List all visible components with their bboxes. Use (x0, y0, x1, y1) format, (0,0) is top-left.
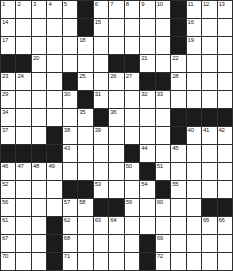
grid-cell[interactable] (125, 217, 139, 234)
grid-cell[interactable] (125, 127, 139, 144)
clue-number: 24 (17, 73, 23, 80)
clue-number: 57 (64, 199, 70, 206)
grid-cell[interactable]: 66 (218, 217, 232, 234)
grid-cell[interactable] (187, 199, 201, 216)
clue-number: 66 (219, 217, 225, 224)
clue-number: 37 (2, 127, 8, 134)
clue-number: 27 (126, 73, 132, 80)
black-cell (47, 253, 61, 270)
grid-cell[interactable] (218, 73, 232, 90)
grid-cell[interactable] (218, 235, 232, 252)
grid-cell[interactable] (109, 181, 123, 198)
grid-cell[interactable]: 61 (1, 217, 15, 234)
clue-number: 48 (33, 163, 39, 170)
clue-number: 21 (141, 55, 147, 62)
grid-cell[interactable] (109, 19, 123, 36)
black-cell (47, 127, 61, 144)
grid-cell[interactable]: 62 (63, 217, 77, 234)
grid-cell[interactable] (140, 127, 154, 144)
grid-cell[interactable]: 9 (140, 1, 154, 18)
grid-cell[interactable]: 1 (1, 1, 15, 18)
grid-cell[interactable] (187, 181, 201, 198)
grid-cell[interactable] (125, 91, 139, 108)
grid-cell[interactable]: 48 (32, 163, 46, 180)
grid-cell[interactable] (187, 73, 201, 90)
grid-cell[interactable] (202, 37, 216, 54)
black-cell (47, 145, 61, 162)
clue-number: 69 (157, 235, 163, 242)
black-cell (109, 55, 123, 72)
grid-cell[interactable] (202, 91, 216, 108)
black-cell (1, 55, 15, 72)
grid-cell[interactable] (140, 109, 154, 126)
grid-cell[interactable]: 46 (1, 163, 15, 180)
clue-number: 18 (79, 37, 85, 44)
clue-number: 25 (79, 73, 85, 80)
grid-cell[interactable]: 19 (187, 37, 201, 54)
black-cell (63, 181, 77, 198)
grid-cell[interactable] (16, 217, 30, 234)
grid-cell[interactable]: 25 (78, 73, 92, 90)
clue-number: 19 (188, 37, 194, 44)
clue-number: 67 (2, 235, 8, 242)
black-cell (171, 37, 185, 54)
grid-cell[interactable]: 56 (1, 199, 15, 216)
clue-number: 1 (2, 1, 5, 8)
grid-cell[interactable]: 3 (32, 1, 46, 18)
clue-number: 65 (203, 217, 209, 224)
grid-cell[interactable]: 13 (218, 1, 232, 18)
clue-number: 15 (95, 19, 101, 26)
clue-number: 49 (48, 163, 54, 170)
clue-number: 59 (126, 199, 132, 206)
grid-cell[interactable] (32, 217, 46, 234)
grid-cell[interactable]: 44 (140, 145, 154, 162)
grid-cell[interactable] (47, 73, 61, 90)
grid-cell[interactable]: 24 (16, 73, 30, 90)
grid-cell[interactable] (140, 37, 154, 54)
clue-number: 55 (172, 181, 178, 188)
clue-number: 17 (2, 37, 8, 44)
grid-cell[interactable] (125, 253, 139, 270)
grid-cell[interactable] (187, 163, 201, 180)
clue-number: 54 (141, 181, 147, 188)
clue-number: 39 (95, 127, 101, 134)
grid-cell[interactable] (156, 55, 170, 72)
clue-number: 30 (64, 91, 70, 98)
clue-number: 14 (2, 19, 8, 26)
clue-number: 42 (219, 127, 225, 134)
clue-number: 23 (2, 73, 8, 80)
black-cell (156, 181, 170, 198)
grid-cell[interactable]: 33 (156, 91, 170, 108)
grid-cell[interactable]: 49 (47, 163, 61, 180)
clue-number: 20 (33, 55, 39, 62)
grid-cell[interactable] (78, 55, 92, 72)
grid-cell[interactable] (171, 91, 185, 108)
grid-cell[interactable] (16, 127, 30, 144)
grid-cell[interactable]: 11 (187, 1, 201, 18)
grid-cell[interactable]: 67 (1, 235, 15, 252)
clue-number: 8 (126, 1, 129, 8)
grid-cell[interactable]: 64 (109, 217, 123, 234)
clue-number: 5 (64, 1, 67, 8)
grid-cell[interactable] (47, 199, 61, 216)
grid-cell[interactable] (109, 145, 123, 162)
grid-cell[interactable]: 47 (16, 163, 30, 180)
grid-cell[interactable] (202, 55, 216, 72)
grid-cell[interactable] (78, 127, 92, 144)
black-cell (218, 199, 232, 216)
grid-cell[interactable] (187, 55, 201, 72)
grid-cell[interactable] (187, 217, 201, 234)
black-cell (63, 73, 77, 90)
clue-number: 11 (188, 1, 194, 8)
black-cell (171, 127, 185, 144)
grid-cell[interactable] (78, 145, 92, 162)
grid-cell[interactable] (16, 235, 30, 252)
clue-number: 34 (2, 109, 8, 116)
clue-number: 6 (95, 1, 98, 8)
grid-cell[interactable] (156, 19, 170, 36)
black-cell (78, 1, 92, 18)
grid-cell[interactable]: 12 (202, 1, 216, 18)
clue-number: 40 (188, 127, 194, 134)
grid-cell[interactable] (32, 73, 46, 90)
grid-cell[interactable] (94, 55, 108, 72)
grid-cell[interactable] (125, 109, 139, 126)
grid-cell[interactable]: 39 (94, 127, 108, 144)
grid-cell[interactable]: 58 (78, 199, 92, 216)
grid-cell[interactable]: 43 (63, 145, 77, 162)
grid-cell[interactable] (156, 127, 170, 144)
grid-cell[interactable] (16, 199, 30, 216)
clue-number: 63 (95, 217, 101, 224)
grid-cell[interactable] (94, 37, 108, 54)
grid-cell[interactable] (94, 163, 108, 180)
clue-number: 70 (2, 253, 8, 260)
grid-cell[interactable]: 8 (125, 1, 139, 18)
black-cell (78, 91, 92, 108)
grid-cell[interactable] (63, 37, 77, 54)
grid-cell[interactable]: 45 (171, 145, 185, 162)
grid-cell[interactable]: 4 (47, 1, 61, 18)
grid-cell[interactable] (156, 109, 170, 126)
grid-cell[interactable]: 72 (156, 253, 170, 270)
grid-cell[interactable] (218, 181, 232, 198)
grid-cell[interactable] (202, 19, 216, 36)
grid-cell[interactable]: 70 (1, 253, 15, 270)
clue-number: 47 (17, 163, 23, 170)
clue-number: 56 (2, 199, 8, 206)
black-cell (218, 109, 232, 126)
clue-number: 36 (110, 109, 116, 116)
grid-cell[interactable]: 52 (1, 181, 15, 198)
grid-cell[interactable]: 16 (187, 19, 201, 36)
grid-cell[interactable] (202, 73, 216, 90)
clue-number: 28 (172, 73, 178, 80)
clue-number: 45 (172, 145, 178, 152)
clue-number: 12 (203, 1, 209, 8)
grid-cell[interactable] (109, 235, 123, 252)
grid-cell[interactable]: 31 (94, 91, 108, 108)
clue-number: 2 (17, 1, 20, 8)
grid-cell[interactable]: 53 (94, 181, 108, 198)
grid-cell[interactable]: 41 (202, 127, 216, 144)
clue-number: 7 (110, 1, 113, 8)
grid-cell[interactable] (32, 109, 46, 126)
grid-cell[interactable] (125, 37, 139, 54)
grid-cell[interactable] (78, 163, 92, 180)
grid-cell[interactable] (16, 109, 30, 126)
grid-cell[interactable] (187, 145, 201, 162)
grid-cell[interactable]: 32 (140, 91, 154, 108)
grid-cell[interactable] (94, 145, 108, 162)
grid-cell[interactable] (156, 217, 170, 234)
grid-cell[interactable] (156, 37, 170, 54)
grid-cell[interactable] (63, 109, 77, 126)
grid-cell[interactable]: 20 (32, 55, 46, 72)
grid-cell[interactable] (187, 91, 201, 108)
grid-cell[interactable] (171, 235, 185, 252)
clue-number: 22 (172, 55, 178, 62)
grid-cell[interactable] (109, 163, 123, 180)
black-cell (171, 1, 185, 18)
grid-cell[interactable] (218, 253, 232, 270)
grid-cell[interactable]: 54 (140, 181, 154, 198)
grid-cell[interactable] (171, 217, 185, 234)
black-cell (202, 199, 216, 216)
grid-cell[interactable] (125, 181, 139, 198)
grid-cell[interactable]: 22 (171, 55, 185, 72)
grid-cell[interactable] (218, 145, 232, 162)
black-cell (94, 199, 108, 216)
black-cell (171, 109, 185, 126)
grid-cell[interactable]: 37 (1, 127, 15, 144)
grid-cell[interactable] (78, 217, 92, 234)
clue-number: 35 (79, 109, 85, 116)
grid-cell[interactable] (94, 253, 108, 270)
clue-number: 61 (2, 217, 8, 224)
grid-cell[interactable]: 65 (202, 217, 216, 234)
black-cell (156, 73, 170, 90)
clue-number: 41 (203, 127, 209, 134)
grid-cell[interactable] (109, 253, 123, 270)
grid-cell[interactable] (140, 19, 154, 36)
grid-cell[interactable] (32, 19, 46, 36)
black-cell (140, 163, 154, 180)
grid-cell[interactable]: 68 (63, 235, 77, 252)
black-cell (202, 109, 216, 126)
black-cell (16, 55, 30, 72)
grid-cell[interactable] (202, 145, 216, 162)
clue-number: 68 (64, 235, 70, 242)
black-cell (109, 199, 123, 216)
grid-cell[interactable]: 21 (140, 55, 154, 72)
black-cell (125, 145, 139, 162)
grid-cell[interactable]: 27 (125, 73, 139, 90)
clue-number: 71 (64, 253, 70, 260)
clue-number: 50 (126, 163, 132, 170)
grid-cell[interactable]: 60 (156, 199, 170, 216)
grid-cell[interactable]: 34 (1, 109, 15, 126)
grid-cell[interactable] (16, 19, 30, 36)
grid-cell[interactable] (171, 199, 185, 216)
grid-cell[interactable]: 38 (63, 127, 77, 144)
grid-cell[interactable] (16, 253, 30, 270)
grid-cell[interactable] (140, 199, 154, 216)
black-cell (78, 181, 92, 198)
grid-cell[interactable] (218, 37, 232, 54)
clue-number: 43 (64, 145, 70, 152)
black-cell (47, 217, 61, 234)
grid-cell[interactable]: 71 (63, 253, 77, 270)
clue-number: 60 (157, 199, 163, 206)
grid-cell[interactable] (16, 37, 30, 54)
clue-number: 58 (79, 199, 85, 206)
grid-cell[interactable]: 55 (171, 181, 185, 198)
grid-cell[interactable] (32, 253, 46, 270)
grid-cell[interactable]: 69 (156, 235, 170, 252)
grid-cell[interactable] (16, 181, 30, 198)
clue-number: 64 (110, 217, 116, 224)
grid-cell[interactable]: 2 (16, 1, 30, 18)
grid-cell[interactable] (171, 163, 185, 180)
grid-cell[interactable] (202, 235, 216, 252)
clue-number: 10 (157, 1, 163, 8)
grid-cell[interactable] (47, 181, 61, 198)
grid-cell[interactable] (125, 19, 139, 36)
clue-number: 4 (48, 1, 51, 8)
clue-number: 38 (64, 127, 70, 134)
grid-cell[interactable] (218, 55, 232, 72)
grid-cell[interactable] (63, 19, 77, 36)
black-cell (171, 19, 185, 36)
grid-cell[interactable] (218, 163, 232, 180)
grid-cell[interactable] (78, 235, 92, 252)
grid-cell[interactable] (109, 91, 123, 108)
grid-cell[interactable] (47, 55, 61, 72)
grid-cell[interactable] (202, 163, 216, 180)
grid-cell[interactable] (16, 91, 30, 108)
grid-cell[interactable]: 59 (125, 199, 139, 216)
clue-number: 16 (188, 19, 194, 26)
grid-cell[interactable] (78, 253, 92, 270)
grid-cell[interactable] (218, 19, 232, 36)
grid-cell[interactable]: 23 (1, 73, 15, 90)
grid-cell[interactable]: 30 (63, 91, 77, 108)
grid-cell[interactable] (32, 199, 46, 216)
clue-number: 53 (95, 181, 101, 188)
grid-cell[interactable] (125, 235, 139, 252)
grid-cell[interactable]: 42 (218, 127, 232, 144)
clue-number: 3 (33, 1, 36, 8)
grid-cell[interactable]: 40 (187, 127, 201, 144)
black-cell (187, 109, 201, 126)
black-cell (94, 109, 108, 126)
grid-cell[interactable] (32, 37, 46, 54)
grid-cell[interactable] (187, 235, 201, 252)
grid-cell[interactable]: 18 (78, 37, 92, 54)
grid-cell[interactable]: 63 (94, 217, 108, 234)
black-cell (78, 19, 92, 36)
grid-cell[interactable]: 7 (109, 1, 123, 18)
grid-cell[interactable] (32, 235, 46, 252)
black-cell (140, 73, 154, 90)
grid-cell[interactable] (47, 19, 61, 36)
black-cell (47, 235, 61, 252)
grid-cell[interactable] (109, 37, 123, 54)
grid-cell[interactable]: 6 (94, 1, 108, 18)
crossword-grid: 1234567891011121314151617181920212223242… (0, 0, 233, 271)
clue-number: 31 (95, 91, 101, 98)
grid-cell[interactable]: 26 (109, 73, 123, 90)
grid-cell[interactable] (63, 55, 77, 72)
grid-cell[interactable] (218, 91, 232, 108)
grid-cell[interactable]: 35 (78, 109, 92, 126)
grid-cell[interactable] (140, 217, 154, 234)
clue-number: 62 (64, 217, 70, 224)
grid-cell[interactable] (32, 181, 46, 198)
grid-cell[interactable]: 15 (94, 19, 108, 36)
grid-cell[interactable]: 28 (171, 73, 185, 90)
grid-cell[interactable] (32, 127, 46, 144)
grid-cell[interactable]: 17 (1, 37, 15, 54)
black-cell (1, 145, 15, 162)
black-cell (16, 145, 30, 162)
grid-cell[interactable]: 5 (63, 1, 77, 18)
black-cell (140, 253, 154, 270)
grid-cell[interactable] (94, 235, 108, 252)
black-cell (32, 145, 46, 162)
grid-cell[interactable]: 29 (1, 91, 15, 108)
clue-number: 46 (2, 163, 8, 170)
black-cell (125, 55, 139, 72)
grid-cell[interactable] (47, 91, 61, 108)
grid-cell[interactable] (63, 163, 77, 180)
grid-cell[interactable] (202, 181, 216, 198)
grid-cell[interactable] (109, 127, 123, 144)
grid-cell[interactable] (94, 73, 108, 90)
clue-number: 9 (141, 1, 144, 8)
grid-cell[interactable] (187, 253, 201, 270)
clue-number: 72 (157, 253, 163, 260)
grid-cell[interactable] (156, 145, 170, 162)
clue-number: 51 (157, 163, 163, 170)
black-cell (140, 235, 154, 252)
clue-number: 29 (2, 91, 8, 98)
grid-cell[interactable] (32, 91, 46, 108)
grid-cell[interactable]: 50 (125, 163, 139, 180)
clue-number: 32 (141, 91, 147, 98)
grid-cell[interactable]: 36 (109, 109, 123, 126)
grid-cell[interactable]: 10 (156, 1, 170, 18)
grid-cell[interactable]: 14 (1, 19, 15, 36)
grid-cell[interactable] (171, 253, 185, 270)
grid-cell[interactable]: 51 (156, 163, 170, 180)
clue-number: 33 (157, 91, 163, 98)
grid-cell[interactable]: 57 (63, 199, 77, 216)
clue-number: 44 (141, 145, 147, 152)
clue-number: 26 (110, 73, 116, 80)
clue-number: 13 (219, 1, 225, 8)
grid-cell[interactable] (47, 109, 61, 126)
clue-number: 52 (2, 181, 8, 188)
grid-cell[interactable] (202, 253, 216, 270)
grid-cell[interactable] (47, 37, 61, 54)
